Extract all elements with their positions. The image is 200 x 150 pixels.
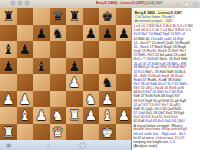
black-pawn: ♟ [83, 25, 100, 42]
square-h3[interactable] [116, 91, 133, 108]
square-h1[interactable] [116, 124, 133, 141]
black-bishop: ♝ [0, 41, 17, 58]
square-d1[interactable]: ♛ [50, 124, 67, 141]
notation-line[interactable]: [Analysis ends] [133, 144, 199, 148]
white-pawn: ♟ [116, 107, 133, 124]
square-e8[interactable]: ♜ [66, 8, 83, 25]
square-f3[interactable]: ♞ [83, 91, 100, 108]
white-pawn: ♟ [66, 74, 83, 91]
white-knight: ♞ [83, 91, 100, 108]
black-knight: ♞ [99, 74, 116, 91]
square-e6[interactable] [66, 41, 83, 58]
square-h7[interactable]: ♟ [116, 25, 133, 42]
square-e4[interactable]: ♟ [66, 74, 83, 91]
black-pawn: ♟ [33, 25, 50, 42]
square-c2[interactable]: ♟ [33, 107, 50, 124]
square-b7[interactable] [17, 25, 34, 42]
square-d6[interactable] [50, 41, 67, 58]
square-b4[interactable] [17, 74, 34, 91]
square-f7[interactable]: ♟ [83, 25, 100, 42]
white-bishop: ♝ [99, 107, 116, 124]
black-king: ♚ [99, 8, 116, 25]
black-pawn: ♟ [116, 25, 133, 42]
square-f4[interactable] [83, 74, 100, 91]
game-title: Berg,E (2466) - Lemos,D (2387) [C54] 200… [96, 2, 125, 5]
window-button-icon[interactable] [184, 2, 189, 7]
square-g5[interactable] [99, 58, 116, 75]
square-a6[interactable]: ♝ [0, 41, 17, 58]
game-header-box: Berg,E 2466 - Lemos,D 2387 C54 Italian G… [133, 10, 170, 23]
black-pawn: ♟ [99, 25, 116, 42]
square-a8[interactable]: ♜ [0, 8, 17, 25]
white-pawn: ♟ [99, 91, 116, 108]
black-pawn: ♟ [0, 58, 17, 75]
move-list: 1.e4 e5 2.Nf3 Nc6 3.Bc4 Bc5 4.c3 Nf65.d3… [132, 24, 200, 148]
white-queen: ♛ [50, 124, 67, 141]
black-bishop: ♝ [33, 58, 50, 75]
event-text: [C54] 2007 [145, 1, 162, 5]
white-rook: ♜ [0, 124, 17, 141]
black-pawn: ♟ [17, 41, 34, 58]
square-h2[interactable]: ♟ [116, 107, 133, 124]
square-e2[interactable]: ♜ [66, 107, 83, 124]
toolbar-left [11, 1, 29, 5]
players-text: Berg,E (2466) - Lemos,D (2387) [96, 1, 145, 5]
square-c5[interactable]: ♝ [33, 58, 50, 75]
black-queen: ♛ [50, 8, 67, 25]
square-h4[interactable] [116, 74, 133, 91]
square-e5[interactable]: ♟ [66, 58, 83, 75]
move-text[interactable]: 1-0 [170, 140, 175, 144]
square-a7[interactable] [0, 25, 17, 42]
square-g3[interactable]: ♟ [99, 91, 116, 108]
back-icon[interactable]: ‹ [47, 141, 49, 149]
chess-board: ♜♛♜♚♟♞♟♟♟♝♟♟♝♟♟♞♟♟♞♟♝♟♞♜♟♝♟♜♛♚ [0, 8, 132, 140]
square-g2[interactable]: ♝ [99, 107, 116, 124]
square-c4[interactable] [33, 74, 50, 91]
board-tool-icon[interactable] [18, 1, 22, 5]
square-b1[interactable] [17, 124, 34, 141]
square-f8[interactable] [83, 8, 100, 25]
square-d7[interactable]: ♞ [50, 25, 67, 42]
board-tool-icon[interactable] [11, 1, 15, 5]
square-a4[interactable] [0, 74, 17, 91]
square-d3[interactable] [50, 91, 67, 108]
window-button-icon[interactable] [193, 2, 198, 7]
square-b8[interactable] [17, 8, 34, 25]
square-b6[interactable]: ♟ [17, 41, 34, 58]
stop-icon[interactable]: ◯ [79, 141, 86, 149]
square-c6[interactable] [33, 41, 50, 58]
black-rook: ♜ [66, 8, 83, 25]
square-d5[interactable] [50, 58, 67, 75]
title-bar: Berg,E (2466) - Lemos,D (2387) [C54] 200… [0, 0, 200, 8]
white-pawn: ♟ [0, 91, 17, 108]
square-d8[interactable]: ♛ [50, 8, 67, 25]
square-c8[interactable] [33, 8, 50, 25]
square-b3[interactable]: ♟ [17, 91, 34, 108]
board-tool-icon[interactable] [25, 1, 29, 5]
black-knight: ♞ [50, 25, 67, 42]
white-king: ♚ [99, 124, 116, 141]
toolbar-right: ⌂ [176, 1, 198, 7]
square-g1[interactable]: ♚ [99, 124, 116, 141]
square-f2[interactable]: ♟ [83, 107, 100, 124]
square-d2[interactable]: ♞ [50, 107, 67, 124]
board-control-strip: ◉ ‹ ◯ [0, 140, 131, 150]
square-g6[interactable] [99, 41, 116, 58]
notation-panel: Berg,E 2466 - Lemos,D 2387 C54 Italian G… [131, 8, 200, 150]
square-h6[interactable] [116, 41, 133, 58]
square-c3[interactable] [33, 91, 50, 108]
square-d4[interactable] [50, 74, 67, 91]
square-g8[interactable]: ♚ [99, 8, 116, 25]
square-a5[interactable]: ♟ [0, 58, 17, 75]
square-g4[interactable]: ♞ [99, 74, 116, 91]
square-e7[interactable] [66, 25, 83, 42]
square-h8[interactable] [116, 8, 133, 25]
square-b2[interactable]: ♝ [17, 107, 34, 124]
white-bishop: ♝ [17, 107, 34, 124]
square-f5[interactable] [83, 58, 100, 75]
square-b5[interactable] [17, 58, 34, 75]
white-pawn: ♟ [83, 107, 100, 124]
white-rook: ♜ [66, 107, 83, 124]
white-pawn: ♟ [17, 91, 34, 108]
square-a2[interactable] [0, 107, 17, 124]
square-a3[interactable]: ♟ [0, 91, 17, 108]
black-rook: ♜ [0, 8, 17, 25]
square-f1[interactable] [83, 124, 100, 141]
white-pawn: ♟ [33, 107, 50, 124]
white-knight: ♞ [50, 107, 67, 124]
square-h5[interactable] [116, 58, 133, 75]
black-pawn: ♟ [66, 58, 83, 75]
record-icon[interactable]: ◉ [6, 141, 11, 149]
square-e3[interactable] [66, 91, 83, 108]
square-g7[interactable]: ♟ [99, 25, 116, 42]
square-c1[interactable] [33, 124, 50, 141]
move-text[interactable]: [Analysis ends] [133, 144, 157, 148]
header-event: Annotated analysis · 2007 [135, 19, 169, 23]
home-icon[interactable]: ⌂ [176, 1, 180, 7]
square-f6[interactable] [83, 41, 100, 58]
square-c7[interactable]: ♟ [33, 25, 50, 42]
square-a1[interactable]: ♜ [0, 124, 17, 141]
square-e1[interactable] [66, 124, 83, 141]
